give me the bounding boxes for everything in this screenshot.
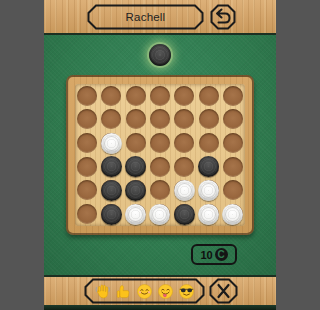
cell-r4c7[interactable] <box>221 155 245 179</box>
white-disc <box>174 180 195 201</box>
cell-r4c4[interactable] <box>148 155 172 179</box>
cell-r4c5[interactable] <box>172 155 196 179</box>
bottom-dark-strip <box>44 305 276 310</box>
board-hole <box>77 109 97 129</box>
board-hole <box>223 86 243 106</box>
opponent-name: Rachell <box>126 11 166 23</box>
cell-r1c6[interactable] <box>196 84 220 108</box>
cell-r2c1[interactable] <box>75 108 99 132</box>
board-hole <box>101 86 121 106</box>
cell-r4c2[interactable] <box>99 155 123 179</box>
black-disc <box>174 204 195 225</box>
white-disc <box>125 204 146 225</box>
game-board <box>66 75 254 235</box>
black-disc <box>125 156 146 177</box>
coin-c-icon: C <box>215 248 228 261</box>
cell-r3c4[interactable] <box>148 131 172 155</box>
cell-r1c2[interactable] <box>99 84 123 108</box>
coins-badge[interactable]: 10 C <box>191 244 237 265</box>
cell-r4c1[interactable] <box>75 155 99 179</box>
close-button[interactable] <box>209 278 238 304</box>
cell-r4c6[interactable] <box>196 155 220 179</box>
board-hole <box>126 109 146 129</box>
cell-r1c3[interactable] <box>124 84 148 108</box>
cell-r3c7[interactable] <box>221 131 245 155</box>
board-hole <box>199 133 219 153</box>
board-hole <box>150 180 170 200</box>
cell-r2c5[interactable] <box>172 108 196 132</box>
board-hole <box>174 86 194 106</box>
bottom-bar-edge <box>44 275 276 277</box>
board-hole <box>101 109 121 129</box>
sunglasses-face-emoji[interactable] <box>178 283 195 300</box>
board-hole <box>199 86 219 106</box>
board-hole <box>174 109 194 129</box>
board-hole <box>77 157 97 177</box>
white-disc <box>149 204 170 225</box>
board-hole <box>223 109 243 129</box>
cell-r2c4[interactable] <box>148 108 172 132</box>
cell-r5c4[interactable] <box>148 179 172 203</box>
board-hole <box>150 86 170 106</box>
cell-r3c2[interactable] <box>99 131 123 155</box>
close-button-frame <box>209 278 238 304</box>
board-hole <box>223 133 243 153</box>
board-hole <box>223 180 243 200</box>
board-hole <box>223 157 243 177</box>
emoji-row <box>94 283 195 300</box>
undo-button[interactable] <box>210 4 236 30</box>
board-hole <box>77 133 97 153</box>
cell-r2c6[interactable] <box>196 108 220 132</box>
turn-indicator-black-disc <box>149 44 171 66</box>
board-grid <box>75 84 245 226</box>
cell-r3c5[interactable] <box>172 131 196 155</box>
white-disc <box>198 204 219 225</box>
cell-r5c5[interactable] <box>172 179 196 203</box>
cell-r2c3[interactable] <box>124 108 148 132</box>
black-disc <box>101 180 122 201</box>
opponent-name-plate: Rachell <box>87 4 204 30</box>
cell-r5c1[interactable] <box>75 179 99 203</box>
black-disc <box>101 204 122 225</box>
top-bar: Rachell <box>44 0 276 33</box>
cell-r5c7[interactable] <box>221 179 245 203</box>
cell-r6c3[interactable] <box>124 202 148 226</box>
waving-hand-emoji[interactable] <box>94 283 111 300</box>
cell-r3c1[interactable] <box>75 131 99 155</box>
cell-r6c2[interactable] <box>99 202 123 226</box>
cell-r5c3[interactable] <box>124 179 148 203</box>
thumbs-up-emoji[interactable] <box>115 283 132 300</box>
board-hole <box>174 157 194 177</box>
cell-r2c7[interactable] <box>221 108 245 132</box>
cell-r6c6[interactable] <box>196 202 220 226</box>
cell-r1c1[interactable] <box>75 84 99 108</box>
tongue-out-face-emoji[interactable] <box>157 283 174 300</box>
white-disc <box>222 204 243 225</box>
cell-r3c3[interactable] <box>124 131 148 155</box>
cell-r6c7[interactable] <box>221 202 245 226</box>
board-hole <box>77 86 97 106</box>
cell-r1c7[interactable] <box>221 84 245 108</box>
undo-button-frame <box>210 4 236 30</box>
black-disc <box>101 156 122 177</box>
board-hole <box>77 204 97 224</box>
cell-r5c2[interactable] <box>99 179 123 203</box>
board-hole <box>150 109 170 129</box>
board-hole <box>199 109 219 129</box>
board-hole <box>126 133 146 153</box>
board-hole <box>150 157 170 177</box>
white-disc <box>198 180 219 201</box>
cell-r1c5[interactable] <box>172 84 196 108</box>
cell-r4c3[interactable] <box>124 155 148 179</box>
black-disc <box>125 180 146 201</box>
cell-r1c4[interactable] <box>148 84 172 108</box>
cell-r5c6[interactable] <box>196 179 220 203</box>
cell-r2c2[interactable] <box>99 108 123 132</box>
board-hole <box>174 133 194 153</box>
cell-r3c6[interactable] <box>196 131 220 155</box>
board-hole <box>77 180 97 200</box>
cell-r6c1[interactable] <box>75 202 99 226</box>
cell-r6c5[interactable] <box>172 202 196 226</box>
smiling-face-emoji[interactable] <box>136 283 153 300</box>
emoji-tray <box>84 278 205 304</box>
coins-value: 10 <box>200 249 212 261</box>
game-screen: Rachell 10 C <box>44 0 276 310</box>
cell-r6c4[interactable] <box>148 202 172 226</box>
white-disc <box>101 133 122 154</box>
board-hole <box>150 133 170 153</box>
board-hole <box>126 86 146 106</box>
